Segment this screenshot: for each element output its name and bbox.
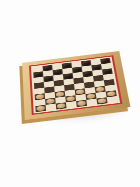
checker-piece-wood: ⛀ — [57, 103, 66, 109]
checker-piece-wood: ⛀ — [36, 106, 45, 112]
red-border-line: ⛂⛂⛂⛂⛂⛂⛂⛂⛂⛂⛂⛂⛀⛀⛀⛀⛀⛀⛀⛀⛀⛀⛀⛀ — [29, 55, 122, 115]
square-r8c5: ⛀ — [76, 100, 87, 107]
board-grid: ⛂⛂⛂⛂⛂⛂⛂⛂⛂⛂⛂⛂⛀⛀⛀⛀⛀⛀⛀⛀⛀⛀⛀⛀ — [33, 58, 118, 112]
square-r8c2 — [46, 104, 57, 111]
square-r8c4 — [66, 101, 77, 108]
square-r8c8 — [107, 96, 118, 103]
checker-piece-wood: ⛀ — [98, 98, 107, 104]
square-r8c1: ⛀ — [35, 105, 46, 112]
square-r8c3: ⛀ — [56, 102, 67, 109]
product-photo-stage: ⛂⛂⛂⛂⛂⛂⛂⛂⛂⛂⛂⛂⛀⛀⛀⛀⛀⛀⛀⛀⛀⛀⛀⛀ — [0, 0, 140, 187]
checker-piece-wood: ⛀ — [77, 101, 86, 107]
